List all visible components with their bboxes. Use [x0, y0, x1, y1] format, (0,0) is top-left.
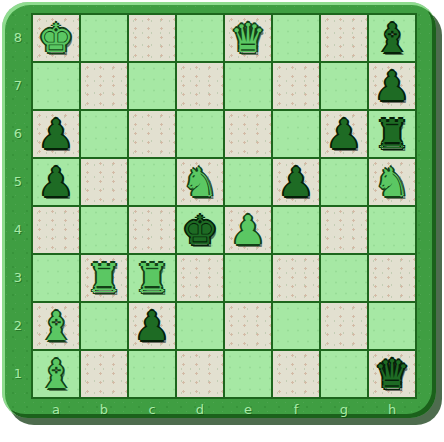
square-d1[interactable]: [177, 351, 223, 397]
square-f3[interactable]: [273, 255, 319, 301]
square-h6[interactable]: ♜: [369, 111, 415, 157]
square-c8[interactable]: [129, 15, 175, 61]
square-h3[interactable]: [369, 255, 415, 301]
chess-board: ♚♛♝♟♟♟♜♟♞♟♞♚♟♜♜♝♟♝♛: [31, 13, 417, 399]
piece-dark-pawn[interactable]: ♟: [38, 111, 74, 157]
piece-dark-pawn[interactable]: ♟: [278, 159, 314, 205]
rank-label-2: 2: [8, 319, 28, 333]
file-label-f: f: [273, 402, 319, 418]
piece-dark-pawn[interactable]: ♟: [38, 159, 74, 205]
piece-dark-rook[interactable]: ♜: [374, 111, 410, 157]
file-label-b: b: [81, 402, 127, 418]
square-f7[interactable]: [273, 63, 319, 109]
square-a8[interactable]: ♚: [33, 15, 79, 61]
piece-light-bishop[interactable]: ♝: [38, 303, 74, 349]
rank-label-6: 6: [8, 127, 28, 141]
rank-label-1: 1: [8, 367, 28, 381]
piece-light-king[interactable]: ♚: [38, 15, 74, 61]
piece-dark-bishop[interactable]: ♝: [374, 15, 410, 61]
square-f1[interactable]: [273, 351, 319, 397]
rank-label-3: 3: [8, 271, 28, 285]
square-c5[interactable]: [129, 159, 175, 205]
square-a1[interactable]: ♝: [33, 351, 79, 397]
square-h4[interactable]: [369, 207, 415, 253]
square-c1[interactable]: [129, 351, 175, 397]
square-c2[interactable]: ♟: [129, 303, 175, 349]
square-h2[interactable]: [369, 303, 415, 349]
square-g3[interactable]: [321, 255, 367, 301]
square-e6[interactable]: [225, 111, 271, 157]
square-d5[interactable]: ♞: [177, 159, 223, 205]
rank-label-4: 4: [8, 223, 28, 237]
square-e5[interactable]: [225, 159, 271, 205]
square-h7[interactable]: ♟: [369, 63, 415, 109]
square-c4[interactable]: [129, 207, 175, 253]
square-d8[interactable]: [177, 15, 223, 61]
square-e3[interactable]: [225, 255, 271, 301]
square-c6[interactable]: [129, 111, 175, 157]
square-f8[interactable]: [273, 15, 319, 61]
square-g8[interactable]: [321, 15, 367, 61]
square-b4[interactable]: [81, 207, 127, 253]
piece-light-queen[interactable]: ♛: [230, 15, 266, 61]
piece-light-bishop[interactable]: ♝: [38, 351, 74, 397]
square-a7[interactable]: [33, 63, 79, 109]
square-d3[interactable]: [177, 255, 223, 301]
piece-dark-pawn[interactable]: ♟: [326, 111, 362, 157]
file-label-e: e: [225, 402, 271, 418]
file-label-g: g: [321, 402, 367, 418]
square-a2[interactable]: ♝: [33, 303, 79, 349]
square-g7[interactable]: [321, 63, 367, 109]
square-g1[interactable]: [321, 351, 367, 397]
square-e1[interactable]: [225, 351, 271, 397]
square-g5[interactable]: [321, 159, 367, 205]
piece-dark-king[interactable]: ♚: [182, 207, 218, 253]
rank-label-8: 8: [8, 31, 28, 45]
square-b3[interactable]: ♜: [81, 255, 127, 301]
file-label-a: a: [33, 402, 79, 418]
piece-light-pawn[interactable]: ♟: [230, 207, 266, 253]
square-b1[interactable]: [81, 351, 127, 397]
piece-light-rook[interactable]: ♜: [86, 255, 122, 301]
square-c7[interactable]: [129, 63, 175, 109]
file-label-c: c: [129, 402, 175, 418]
square-a5[interactable]: ♟: [33, 159, 79, 205]
square-d4[interactable]: ♚: [177, 207, 223, 253]
square-g6[interactable]: ♟: [321, 111, 367, 157]
square-d6[interactable]: [177, 111, 223, 157]
rank-label-7: 7: [8, 79, 28, 93]
square-f4[interactable]: [273, 207, 319, 253]
file-label-d: d: [177, 402, 223, 418]
square-f5[interactable]: ♟: [273, 159, 319, 205]
file-label-h: h: [369, 402, 415, 418]
square-a3[interactable]: [33, 255, 79, 301]
square-g4[interactable]: [321, 207, 367, 253]
square-h1[interactable]: ♛: [369, 351, 415, 397]
square-c3[interactable]: ♜: [129, 255, 175, 301]
square-a6[interactable]: ♟: [33, 111, 79, 157]
piece-light-rook[interactable]: ♜: [134, 255, 170, 301]
piece-light-knight[interactable]: ♞: [182, 159, 218, 205]
square-e7[interactable]: [225, 63, 271, 109]
square-b8[interactable]: [81, 15, 127, 61]
square-h8[interactable]: ♝: [369, 15, 415, 61]
square-e2[interactable]: [225, 303, 271, 349]
piece-dark-pawn[interactable]: ♟: [374, 63, 410, 109]
square-b2[interactable]: [81, 303, 127, 349]
square-f6[interactable]: [273, 111, 319, 157]
rank-label-5: 5: [8, 175, 28, 189]
square-b6[interactable]: [81, 111, 127, 157]
square-d2[interactable]: [177, 303, 223, 349]
square-d7[interactable]: [177, 63, 223, 109]
square-b7[interactable]: [81, 63, 127, 109]
square-a4[interactable]: [33, 207, 79, 253]
square-f2[interactable]: [273, 303, 319, 349]
piece-light-knight[interactable]: ♞: [374, 159, 410, 205]
square-g2[interactable]: [321, 303, 367, 349]
square-e8[interactable]: ♛: [225, 15, 271, 61]
piece-dark-pawn[interactable]: ♟: [134, 303, 170, 349]
piece-dark-queen[interactable]: ♛: [374, 351, 410, 397]
square-e4[interactable]: ♟: [225, 207, 271, 253]
square-h5[interactable]: ♞: [369, 159, 415, 205]
square-b5[interactable]: [81, 159, 127, 205]
